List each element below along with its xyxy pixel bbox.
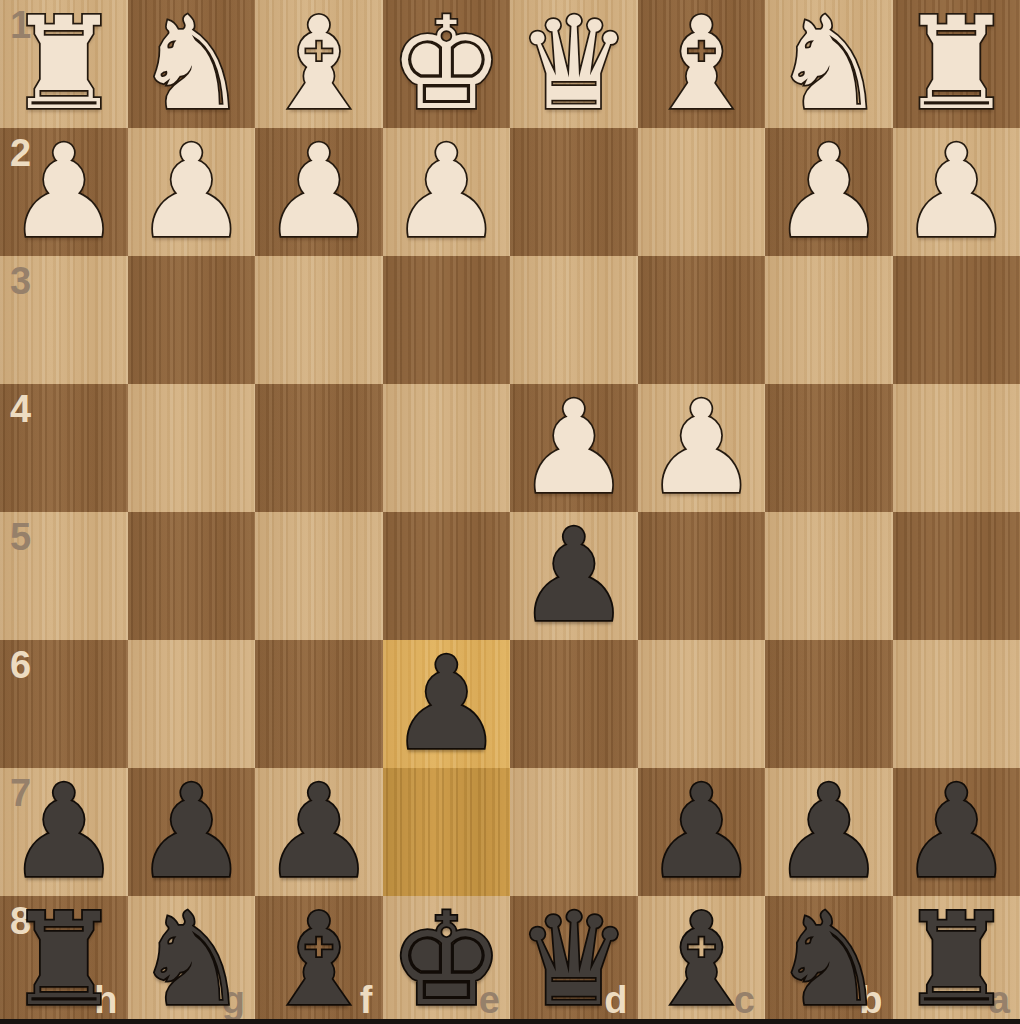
piece-black-pawn[interactable]: ♟ (771, 768, 886, 896)
square-c5[interactable] (638, 512, 766, 640)
square-d4[interactable]: ♟ (510, 384, 638, 512)
square-d5[interactable]: ♟ (510, 512, 638, 640)
piece-white-pawn[interactable]: ♟ (644, 384, 759, 512)
square-d7[interactable] (510, 768, 638, 896)
square-b5[interactable] (765, 512, 893, 640)
square-g2[interactable]: ♟ (128, 128, 256, 256)
piece-white-rook[interactable]: ♜ (899, 0, 1014, 128)
square-g7[interactable]: ♟ (128, 768, 256, 896)
square-f3[interactable] (255, 256, 383, 384)
square-d6[interactable] (510, 640, 638, 768)
piece-white-pawn[interactable]: ♟ (771, 128, 886, 256)
square-f8[interactable]: f♝ (255, 896, 383, 1024)
piece-white-pawn[interactable]: ♟ (6, 128, 121, 256)
square-c1[interactable]: ♝ (638, 0, 766, 128)
square-c6[interactable] (638, 640, 766, 768)
square-a8[interactable]: a♜ (893, 896, 1020, 1024)
piece-white-rook[interactable]: ♜ (6, 0, 121, 128)
square-d1[interactable]: ♛ (510, 0, 638, 128)
square-h8[interactable]: 8h♜ (0, 896, 128, 1024)
square-c4[interactable]: ♟ (638, 384, 766, 512)
piece-white-king[interactable]: ♚ (389, 0, 504, 128)
square-a4[interactable] (893, 384, 1020, 512)
square-a1[interactable]: ♜ (893, 0, 1020, 128)
square-e4[interactable] (383, 384, 511, 512)
square-h2[interactable]: 2♟ (0, 128, 128, 256)
square-g3[interactable] (128, 256, 256, 384)
square-h3[interactable]: 3 (0, 256, 128, 384)
rank-label-3: 3 (10, 260, 31, 303)
square-g1[interactable]: ♞ (128, 0, 256, 128)
square-b1[interactable]: ♞ (765, 0, 893, 128)
square-a3[interactable] (893, 256, 1020, 384)
square-a2[interactable]: ♟ (893, 128, 1020, 256)
piece-white-pawn[interactable]: ♟ (389, 128, 504, 256)
bottom-edge-bar (0, 1019, 1020, 1024)
piece-black-pawn[interactable]: ♟ (134, 768, 249, 896)
piece-black-rook[interactable]: ♜ (899, 896, 1014, 1024)
piece-white-pawn[interactable]: ♟ (134, 128, 249, 256)
piece-white-pawn[interactable]: ♟ (516, 384, 631, 512)
piece-black-bishop[interactable]: ♝ (644, 896, 759, 1024)
square-f5[interactable] (255, 512, 383, 640)
square-f2[interactable]: ♟ (255, 128, 383, 256)
piece-black-knight[interactable]: ♞ (134, 896, 249, 1024)
square-c3[interactable] (638, 256, 766, 384)
square-e7[interactable] (383, 768, 511, 896)
piece-white-queen[interactable]: ♛ (516, 0, 631, 128)
square-d8[interactable]: d♛ (510, 896, 638, 1024)
square-h4[interactable]: 4 (0, 384, 128, 512)
square-f4[interactable] (255, 384, 383, 512)
piece-black-queen[interactable]: ♛ (516, 896, 631, 1024)
square-b7[interactable]: ♟ (765, 768, 893, 896)
piece-white-knight[interactable]: ♞ (134, 0, 249, 128)
piece-black-knight[interactable]: ♞ (771, 896, 886, 1024)
square-e5[interactable] (383, 512, 511, 640)
piece-white-bishop[interactable]: ♝ (644, 0, 759, 128)
chess-board-container: 1♜♞♝♚♛♝♞♜2♟♟♟♟♟♟34♟♟5♟6♟7♟♟♟♟♟♟8h♜g♞f♝e♚… (0, 0, 1020, 1024)
square-g4[interactable] (128, 384, 256, 512)
square-g6[interactable] (128, 640, 256, 768)
piece-white-pawn[interactable]: ♟ (899, 128, 1014, 256)
square-h5[interactable]: 5 (0, 512, 128, 640)
square-a7[interactable]: ♟ (893, 768, 1020, 896)
square-b8[interactable]: b♞ (765, 896, 893, 1024)
piece-black-pawn[interactable]: ♟ (261, 768, 376, 896)
rank-label-5: 5 (10, 516, 31, 559)
square-c2[interactable] (638, 128, 766, 256)
square-c8[interactable]: c♝ (638, 896, 766, 1024)
square-a6[interactable] (893, 640, 1020, 768)
square-d2[interactable] (510, 128, 638, 256)
piece-black-bishop[interactable]: ♝ (261, 896, 376, 1024)
square-h7[interactable]: 7♟ (0, 768, 128, 896)
square-e8[interactable]: e♚ (383, 896, 511, 1024)
square-b6[interactable] (765, 640, 893, 768)
piece-white-pawn[interactable]: ♟ (261, 128, 376, 256)
square-e1[interactable]: ♚ (383, 0, 511, 128)
piece-black-pawn[interactable]: ♟ (389, 640, 504, 768)
square-f1[interactable]: ♝ (255, 0, 383, 128)
piece-black-pawn[interactable]: ♟ (899, 768, 1014, 896)
square-b3[interactable] (765, 256, 893, 384)
square-g5[interactable] (128, 512, 256, 640)
piece-white-bishop[interactable]: ♝ (261, 0, 376, 128)
square-f6[interactable] (255, 640, 383, 768)
square-e6[interactable]: ♟ (383, 640, 511, 768)
square-h1[interactable]: 1♜ (0, 0, 128, 128)
piece-black-rook[interactable]: ♜ (6, 896, 121, 1024)
square-a5[interactable] (893, 512, 1020, 640)
piece-white-knight[interactable]: ♞ (771, 0, 886, 128)
rank-label-4: 4 (10, 388, 31, 431)
rank-label-6: 6 (10, 644, 31, 687)
square-c7[interactable]: ♟ (638, 768, 766, 896)
square-h6[interactable]: 6 (0, 640, 128, 768)
square-d3[interactable] (510, 256, 638, 384)
square-e3[interactable] (383, 256, 511, 384)
piece-black-king[interactable]: ♚ (389, 896, 504, 1024)
square-b2[interactable]: ♟ (765, 128, 893, 256)
piece-black-pawn[interactable]: ♟ (6, 768, 121, 896)
square-b4[interactable] (765, 384, 893, 512)
square-f7[interactable]: ♟ (255, 768, 383, 896)
square-g8[interactable]: g♞ (128, 896, 256, 1024)
piece-black-pawn[interactable]: ♟ (644, 768, 759, 896)
chess-board: 1♜♞♝♚♛♝♞♜2♟♟♟♟♟♟34♟♟5♟6♟7♟♟♟♟♟♟8h♜g♞f♝e♚… (0, 0, 1020, 1024)
square-e2[interactable]: ♟ (383, 128, 511, 256)
piece-black-pawn[interactable]: ♟ (516, 512, 631, 640)
